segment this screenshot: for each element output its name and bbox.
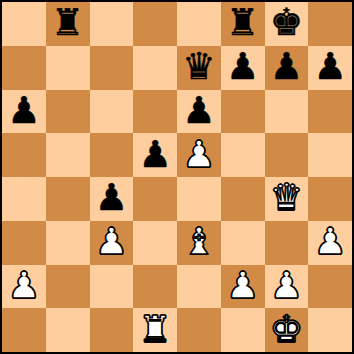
square-a1[interactable]: [2, 308, 46, 352]
square-e4[interactable]: [177, 177, 221, 221]
white-pawn-h3: ♟: [314, 223, 347, 260]
square-b4[interactable]: [46, 177, 90, 221]
square-c4[interactable]: ♟: [90, 177, 134, 221]
square-g1[interactable]: ♚: [265, 308, 309, 352]
square-h2[interactable]: [308, 265, 352, 309]
black-pawn-e6: ♟: [182, 92, 215, 129]
square-g7[interactable]: ♟: [265, 46, 309, 90]
square-f8[interactable]: ♜: [221, 2, 265, 46]
square-g5[interactable]: [265, 133, 309, 177]
square-f2[interactable]: ♟: [221, 265, 265, 309]
square-f7[interactable]: ♟: [221, 46, 265, 90]
square-b5[interactable]: [46, 133, 90, 177]
square-e3[interactable]: ♝: [177, 221, 221, 265]
square-f4[interactable]: [221, 177, 265, 221]
square-c1[interactable]: [90, 308, 134, 352]
white-pawn-f2: ♟: [226, 267, 259, 304]
square-d8[interactable]: [133, 2, 177, 46]
square-g8[interactable]: ♚: [265, 2, 309, 46]
square-e1[interactable]: [177, 308, 221, 352]
square-a6[interactable]: ♟: [2, 90, 46, 134]
chess-board-frame: ♜♜♚♛♟♟♟♟♟♟♟♟♛♟♝♟♟♟♟♜♚: [0, 0, 354, 354]
square-b6[interactable]: [46, 90, 90, 134]
square-b3[interactable]: [46, 221, 90, 265]
square-d7[interactable]: [133, 46, 177, 90]
black-pawn-f7: ♟: [226, 48, 259, 85]
white-king-g1: ♚: [270, 311, 303, 348]
square-b2[interactable]: [46, 265, 90, 309]
square-h6[interactable]: [308, 90, 352, 134]
square-c5[interactable]: [90, 133, 134, 177]
square-h5[interactable]: [308, 133, 352, 177]
black-pawn-c4: ♟: [95, 179, 128, 216]
black-king-g8: ♚: [270, 4, 303, 41]
square-a7[interactable]: [2, 46, 46, 90]
square-c7[interactable]: [90, 46, 134, 90]
square-b1[interactable]: [46, 308, 90, 352]
square-d6[interactable]: [133, 90, 177, 134]
square-a3[interactable]: [2, 221, 46, 265]
square-g2[interactable]: ♟: [265, 265, 309, 309]
square-f1[interactable]: [221, 308, 265, 352]
square-f3[interactable]: [221, 221, 265, 265]
black-queen-e7: ♛: [182, 48, 215, 85]
square-d4[interactable]: [133, 177, 177, 221]
square-e6[interactable]: ♟: [177, 90, 221, 134]
black-pawn-h7: ♟: [314, 48, 347, 85]
square-f5[interactable]: [221, 133, 265, 177]
square-h3[interactable]: ♟: [308, 221, 352, 265]
square-a5[interactable]: [2, 133, 46, 177]
black-pawn-d5: ♟: [139, 136, 172, 173]
square-g4[interactable]: ♛: [265, 177, 309, 221]
white-pawn-a2: ♟: [7, 267, 40, 304]
square-h7[interactable]: ♟: [308, 46, 352, 90]
square-c8[interactable]: [90, 2, 134, 46]
square-g6[interactable]: [265, 90, 309, 134]
square-a8[interactable]: [2, 2, 46, 46]
square-f6[interactable]: [221, 90, 265, 134]
square-e7[interactable]: ♛: [177, 46, 221, 90]
square-e2[interactable]: [177, 265, 221, 309]
square-c3[interactable]: ♟: [90, 221, 134, 265]
square-d3[interactable]: [133, 221, 177, 265]
chess-board: ♜♜♚♛♟♟♟♟♟♟♟♟♛♟♝♟♟♟♟♜♚: [2, 2, 352, 352]
square-d2[interactable]: [133, 265, 177, 309]
square-d5[interactable]: ♟: [133, 133, 177, 177]
square-a2[interactable]: ♟: [2, 265, 46, 309]
white-pawn-g2: ♟: [270, 267, 303, 304]
white-queen-g4: ♛: [270, 179, 303, 216]
square-e8[interactable]: [177, 2, 221, 46]
square-b7[interactable]: [46, 46, 90, 90]
black-pawn-g7: ♟: [270, 48, 303, 85]
square-h4[interactable]: [308, 177, 352, 221]
white-bishop-e3: ♝: [182, 223, 215, 260]
white-pawn-c3: ♟: [95, 223, 128, 260]
white-pawn-e5: ♟: [182, 136, 215, 173]
black-rook-f8: ♜: [226, 4, 259, 41]
square-g3[interactable]: [265, 221, 309, 265]
black-pawn-a6: ♟: [7, 92, 40, 129]
square-h8[interactable]: [308, 2, 352, 46]
square-h1[interactable]: [308, 308, 352, 352]
square-d1[interactable]: ♜: [133, 308, 177, 352]
square-c2[interactable]: [90, 265, 134, 309]
square-b8[interactable]: ♜: [46, 2, 90, 46]
square-c6[interactable]: [90, 90, 134, 134]
square-e5[interactable]: ♟: [177, 133, 221, 177]
black-rook-b8: ♜: [51, 4, 84, 41]
white-rook-d1: ♜: [139, 311, 172, 348]
square-a4[interactable]: [2, 177, 46, 221]
